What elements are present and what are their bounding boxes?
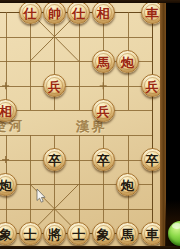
piece-glyph: 仕 — [72, 6, 85, 19]
piece-red-g0[interactable]: 相 — [92, 1, 115, 24]
piece-red-d0[interactable]: 仕 — [19, 1, 42, 24]
piece-glyph: 兵 — [48, 80, 61, 93]
piece-glyph: 卒 — [48, 154, 61, 167]
piece-red-f0[interactable]: 仕 — [67, 1, 90, 24]
piece-glyph: 卒 — [97, 154, 110, 167]
piece-glyph: 帥 — [48, 6, 61, 19]
piece-red-h2[interactable]: 炮 — [116, 50, 139, 73]
piece-black-g9[interactable]: 象 — [92, 222, 115, 245]
piece-black-g6[interactable]: 卒 — [92, 148, 115, 171]
piece-glyph: 士 — [24, 227, 37, 240]
xiangqi-app: 楚河 漢界 仕帥仕相車馬炮兵兵相兵卒卒卒炮炮象士將士象馬車 — [0, 0, 180, 249]
piece-black-e6[interactable]: 卒 — [43, 148, 66, 171]
piece-black-h7[interactable]: 炮 — [116, 173, 139, 196]
top-letterbox — [0, 0, 180, 3]
piece-glyph: 士 — [72, 227, 85, 240]
piece-glyph: 象 — [97, 227, 110, 240]
piece-glyph: 炮 — [0, 178, 12, 191]
piece-glyph: 卒 — [146, 154, 159, 167]
piece-glyph: 相 — [97, 6, 110, 19]
mouse-cursor-icon — [36, 189, 47, 204]
piece-glyph: 馬 — [121, 227, 134, 240]
piece-glyph: 將 — [48, 227, 61, 240]
piece-black-d9[interactable]: 士 — [19, 222, 42, 245]
piece-glyph: 兵 — [97, 104, 110, 117]
wood-frame — [165, 0, 180, 249]
piece-red-g2[interactable]: 馬 — [92, 50, 115, 73]
piece-glyph: 馬 — [97, 55, 110, 68]
piece-glyph: 兵 — [146, 80, 159, 93]
piece-glyph: 相 — [0, 104, 12, 117]
piece-red-e0[interactable]: 帥 — [43, 1, 66, 24]
piece-glyph: 炮 — [121, 178, 134, 191]
piece-red-g4[interactable]: 兵 — [92, 99, 115, 122]
piece-glyph: 仕 — [24, 6, 37, 19]
piece-glyph: 象 — [0, 227, 12, 240]
piece-glyph: 車 — [146, 6, 159, 19]
piece-black-e9[interactable]: 將 — [43, 222, 66, 245]
piece-glyph: 炮 — [121, 55, 134, 68]
piece-black-h9[interactable]: 馬 — [116, 222, 139, 245]
piece-glyph: 車 — [146, 227, 159, 240]
